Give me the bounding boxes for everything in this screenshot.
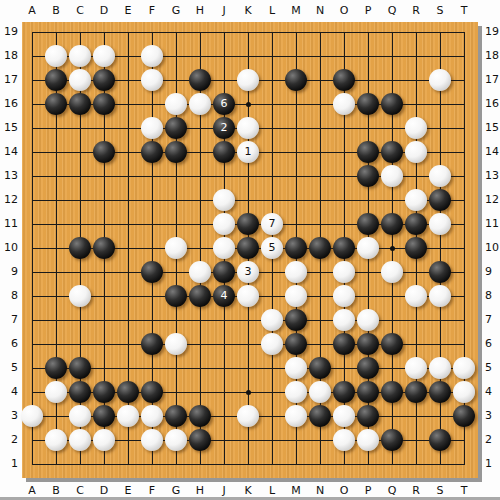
stone-black-S2 <box>429 429 451 451</box>
stone-black-C4 <box>69 381 91 403</box>
col-label-bottom-R: R <box>406 484 426 498</box>
stone-white-R15 <box>405 117 427 139</box>
row-label-left-15: 15 <box>1 121 18 135</box>
row-label-left-18: 18 <box>1 49 18 63</box>
row-label-right-10: 10 <box>485 241 500 255</box>
col-label-bottom-E: E <box>118 484 138 498</box>
stone-black-N10 <box>309 237 331 259</box>
col-label-top-A: A <box>22 4 42 18</box>
stone-white-G2 <box>165 429 187 451</box>
col-label-bottom-L: L <box>262 484 282 498</box>
stone-black-J8: 4 <box>213 285 235 307</box>
stone-white-O9 <box>333 261 355 283</box>
row-label-left-13: 13 <box>1 169 18 183</box>
stone-white-F17 <box>141 69 163 91</box>
stone-black-G8 <box>165 285 187 307</box>
stone-white-O2 <box>333 429 355 451</box>
row-label-right-8: 8 <box>485 289 500 303</box>
stone-white-R8 <box>405 285 427 307</box>
stone-white-S13 <box>429 165 451 187</box>
col-label-top-D: D <box>94 4 114 18</box>
stone-black-D16 <box>93 93 115 115</box>
col-label-top-J: J <box>214 4 234 18</box>
stone-white-K9: 3 <box>237 261 259 283</box>
grid-line-horizontal <box>32 320 465 321</box>
go-app-window: 6241753 AABBCCDDEEFFGGHHJJKKLLMMNNOOPPQQ… <box>0 0 500 500</box>
col-label-bottom-T: T <box>454 484 474 498</box>
stone-white-K3 <box>237 405 259 427</box>
stone-white-J11 <box>213 213 235 235</box>
stone-black-K11 <box>237 213 259 235</box>
stone-white-G10 <box>165 237 187 259</box>
stone-white-G6 <box>165 333 187 355</box>
stone-white-R12 <box>405 189 427 211</box>
stone-black-D4 <box>93 381 115 403</box>
stone-black-B5 <box>45 357 67 379</box>
stone-white-R5 <box>405 357 427 379</box>
col-label-top-F: F <box>142 4 162 18</box>
stone-white-G16 <box>165 93 187 115</box>
col-label-top-L: L <box>262 4 282 18</box>
stone-white-M8 <box>285 285 307 307</box>
stone-black-B17 <box>45 69 67 91</box>
col-label-bottom-K: K <box>238 484 258 498</box>
stone-white-F2 <box>141 429 163 451</box>
stone-white-O7 <box>333 309 355 331</box>
stone-black-C10 <box>69 237 91 259</box>
stone-white-S5 <box>429 357 451 379</box>
stone-white-N4 <box>309 381 331 403</box>
stone-black-H17 <box>189 69 211 91</box>
stone-black-P5 <box>357 357 379 379</box>
stone-white-O3 <box>333 405 355 427</box>
stone-black-F6 <box>141 333 163 355</box>
stone-black-J15: 2 <box>213 117 235 139</box>
stone-black-M6 <box>285 333 307 355</box>
stone-black-K10 <box>237 237 259 259</box>
row-label-left-4: 4 <box>1 385 18 399</box>
stone-black-D14 <box>93 141 115 163</box>
stone-white-R14 <box>405 141 427 163</box>
stone-black-O10 <box>333 237 355 259</box>
row-label-right-4: 4 <box>485 385 500 399</box>
col-label-bottom-N: N <box>310 484 330 498</box>
row-label-right-13: 13 <box>485 169 500 183</box>
stone-black-P6 <box>357 333 379 355</box>
stone-white-F15 <box>141 117 163 139</box>
stone-white-K14: 1 <box>237 141 259 163</box>
stone-black-N5 <box>309 357 331 379</box>
row-label-left-5: 5 <box>1 361 18 375</box>
stone-black-B16 <box>45 93 67 115</box>
row-label-right-19: 19 <box>485 25 500 39</box>
stone-black-N3 <box>309 405 331 427</box>
stone-white-D2 <box>93 429 115 451</box>
row-label-right-1: 1 <box>485 457 500 471</box>
row-label-right-7: 7 <box>485 313 500 327</box>
row-label-left-12: 12 <box>1 193 18 207</box>
stone-black-Q14 <box>381 141 403 163</box>
row-label-left-11: 11 <box>1 217 18 231</box>
col-label-top-S: S <box>430 4 450 18</box>
stone-white-K15 <box>237 117 259 139</box>
stone-white-Q9 <box>381 261 403 283</box>
stone-black-Q11 <box>381 213 403 235</box>
star-point <box>390 246 395 251</box>
stone-white-L11: 7 <box>261 213 283 235</box>
stone-black-T3 <box>453 405 475 427</box>
star-point <box>246 102 251 107</box>
row-label-left-17: 17 <box>1 73 18 87</box>
stone-white-M4 <box>285 381 307 403</box>
stone-black-S9 <box>429 261 451 283</box>
row-label-right-6: 6 <box>485 337 500 351</box>
col-label-bottom-O: O <box>334 484 354 498</box>
stone-black-Q16 <box>381 93 403 115</box>
row-label-left-1: 1 <box>1 457 18 471</box>
stone-white-A3 <box>21 405 43 427</box>
stone-white-H9 <box>189 261 211 283</box>
col-label-top-N: N <box>310 4 330 18</box>
row-label-right-2: 2 <box>485 433 500 447</box>
stone-white-B4 <box>45 381 67 403</box>
row-label-left-8: 8 <box>1 289 18 303</box>
stone-black-C16 <box>69 93 91 115</box>
stone-black-D17 <box>93 69 115 91</box>
stone-white-C17 <box>69 69 91 91</box>
col-label-bottom-D: D <box>94 484 114 498</box>
stone-black-P11 <box>357 213 379 235</box>
stone-white-P10 <box>357 237 379 259</box>
stone-white-F18 <box>141 45 163 67</box>
row-label-left-3: 3 <box>1 409 18 423</box>
row-label-right-3: 3 <box>485 409 500 423</box>
stone-black-C5 <box>69 357 91 379</box>
stone-white-M9 <box>285 261 307 283</box>
stone-black-P13 <box>357 165 379 187</box>
col-label-top-K: K <box>238 4 258 18</box>
col-label-top-M: M <box>286 4 306 18</box>
stone-black-J9 <box>213 261 235 283</box>
row-label-left-16: 16 <box>1 97 18 111</box>
stone-black-Q6 <box>381 333 403 355</box>
stone-white-E3 <box>117 405 139 427</box>
row-label-left-2: 2 <box>1 433 18 447</box>
stone-black-O17 <box>333 69 355 91</box>
stone-white-F3 <box>141 405 163 427</box>
row-label-left-9: 9 <box>1 265 18 279</box>
row-label-left-7: 7 <box>1 313 18 327</box>
col-label-top-B: B <box>46 4 66 18</box>
stone-white-B2 <box>45 429 67 451</box>
stone-white-C8 <box>69 285 91 307</box>
star-point <box>246 390 251 395</box>
stone-black-E4 <box>117 381 139 403</box>
stone-black-R11 <box>405 213 427 235</box>
row-label-right-18: 18 <box>485 49 500 63</box>
stone-black-Q4 <box>381 381 403 403</box>
stone-black-D3 <box>93 405 115 427</box>
stone-black-S12 <box>429 189 451 211</box>
stone-black-H2 <box>189 429 211 451</box>
stone-white-J10 <box>213 237 235 259</box>
stone-black-M10 <box>285 237 307 259</box>
col-label-top-T: T <box>454 4 474 18</box>
row-label-right-12: 12 <box>485 193 500 207</box>
stone-white-L7 <box>261 309 283 331</box>
col-label-top-Q: Q <box>382 4 402 18</box>
stone-black-G15 <box>165 117 187 139</box>
go-board[interactable]: 6241753 <box>22 22 478 478</box>
stone-white-C2 <box>69 429 91 451</box>
stone-white-H16 <box>189 93 211 115</box>
stone-black-R10 <box>405 237 427 259</box>
row-label-left-6: 6 <box>1 337 18 351</box>
stone-white-P7 <box>357 309 379 331</box>
stone-black-Q2 <box>381 429 403 451</box>
stone-white-K8 <box>237 285 259 307</box>
stone-black-M17 <box>285 69 307 91</box>
stone-white-S8 <box>429 285 451 307</box>
stone-white-C3 <box>69 405 91 427</box>
stone-black-S4 <box>429 381 451 403</box>
stone-white-C18 <box>69 45 91 67</box>
stone-black-G14 <box>165 141 187 163</box>
stone-black-F9 <box>141 261 163 283</box>
row-label-left-14: 14 <box>1 145 18 159</box>
stone-black-P16 <box>357 93 379 115</box>
stone-white-L10: 5 <box>261 237 283 259</box>
row-label-right-16: 16 <box>485 97 500 111</box>
stone-black-P14 <box>357 141 379 163</box>
row-label-right-17: 17 <box>485 73 500 87</box>
col-label-top-P: P <box>358 4 378 18</box>
stone-white-P2 <box>357 429 379 451</box>
stone-black-G3 <box>165 405 187 427</box>
stone-white-M3 <box>285 405 307 427</box>
stone-black-J14 <box>213 141 235 163</box>
stone-white-T5 <box>453 357 475 379</box>
grid-line-horizontal <box>32 368 465 369</box>
stone-black-H3 <box>189 405 211 427</box>
stone-black-P4 <box>357 381 379 403</box>
col-label-top-G: G <box>166 4 186 18</box>
row-label-left-19: 19 <box>1 25 18 39</box>
stone-white-S11 <box>429 213 451 235</box>
row-label-right-5: 5 <box>485 361 500 375</box>
col-label-bottom-B: B <box>46 484 66 498</box>
col-label-bottom-Q: Q <box>382 484 402 498</box>
stone-black-O6 <box>333 333 355 355</box>
stone-black-F14 <box>141 141 163 163</box>
stone-white-S17 <box>429 69 451 91</box>
col-label-bottom-A: A <box>22 484 42 498</box>
stone-black-M7 <box>285 309 307 331</box>
stone-black-J16: 6 <box>213 93 235 115</box>
stone-black-H8 <box>189 285 211 307</box>
grid-line-horizontal <box>32 464 465 465</box>
stone-white-D18 <box>93 45 115 67</box>
col-label-bottom-G: G <box>166 484 186 498</box>
col-label-top-R: R <box>406 4 426 18</box>
col-label-bottom-S: S <box>430 484 450 498</box>
row-label-left-10: 10 <box>1 241 18 255</box>
col-label-bottom-M: M <box>286 484 306 498</box>
stone-white-O8 <box>333 285 355 307</box>
col-label-top-E: E <box>118 4 138 18</box>
col-label-bottom-J: J <box>214 484 234 498</box>
stone-white-O16 <box>333 93 355 115</box>
stone-black-P3 <box>357 405 379 427</box>
stone-black-R4 <box>405 381 427 403</box>
stone-black-D10 <box>93 237 115 259</box>
col-label-top-O: O <box>334 4 354 18</box>
col-label-bottom-C: C <box>70 484 90 498</box>
row-label-right-14: 14 <box>485 145 500 159</box>
stone-black-F4 <box>141 381 163 403</box>
stone-white-J12 <box>213 189 235 211</box>
row-label-right-11: 11 <box>485 217 500 231</box>
col-label-top-C: C <box>70 4 90 18</box>
row-label-right-15: 15 <box>485 121 500 135</box>
stone-white-Q13 <box>381 165 403 187</box>
col-label-bottom-H: H <box>190 484 210 498</box>
stone-white-B18 <box>45 45 67 67</box>
col-label-bottom-P: P <box>358 484 378 498</box>
stone-white-M5 <box>285 357 307 379</box>
stone-white-K17 <box>237 69 259 91</box>
stone-white-T4 <box>453 381 475 403</box>
col-label-bottom-F: F <box>142 484 162 498</box>
stone-black-O4 <box>333 381 355 403</box>
stone-white-L6 <box>261 333 283 355</box>
col-label-top-H: H <box>190 4 210 18</box>
row-label-right-9: 9 <box>485 265 500 279</box>
